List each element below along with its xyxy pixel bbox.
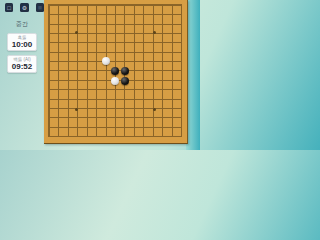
- difficulty-label: 중간: [0, 20, 44, 29]
- white-clock-card: 백돌 (AI) 09:52: [7, 55, 37, 73]
- menu-glyph: ■: [38, 4, 42, 11]
- omok-board[interactable]: [44, 0, 188, 144]
- black-stone: [120, 66, 130, 76]
- board-grid[interactable]: [43, 0, 188, 143]
- settings-glyph: ⚙: [22, 5, 27, 11]
- star-point: [72, 105, 82, 115]
- toolbar: □ ⚙ ■: [0, 0, 44, 12]
- black-clock-card: 흑돌 10:00: [7, 33, 37, 51]
- black-stone: [111, 66, 121, 76]
- black-stone: [120, 76, 130, 86]
- black-clock-time: 10:00: [8, 40, 36, 49]
- settings-icon[interactable]: ⚙: [20, 3, 28, 12]
- new-board-icon[interactable]: □: [5, 3, 13, 12]
- white-stone: [111, 76, 121, 86]
- star-point: [72, 28, 82, 38]
- sidebar: □ ⚙ ■ 중간 흑돌 10:00 백돌 (AI) 09:52: [0, 0, 44, 150]
- new-board-glyph: □: [7, 5, 11, 11]
- background-right-strip: [186, 0, 200, 150]
- white-clock-time: 09:52: [8, 62, 36, 71]
- white-stone: [101, 57, 111, 67]
- star-point: [149, 105, 159, 115]
- star-point: [149, 28, 159, 38]
